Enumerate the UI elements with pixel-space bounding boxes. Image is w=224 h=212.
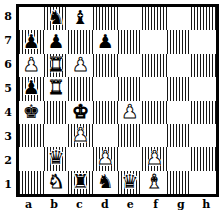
square-d3: [93, 124, 118, 147]
square-c5: [68, 77, 93, 100]
black-pawn-icon: ♟: [97, 32, 114, 51]
square-f4: [142, 101, 167, 124]
square-f3: [142, 124, 167, 147]
square-g2: [167, 147, 192, 170]
square-e7: [118, 30, 143, 53]
file-label-g: g: [177, 198, 185, 211]
black-knight-icon: ♞: [97, 172, 114, 191]
square-a4: ♚: [19, 101, 44, 124]
square-a8: [19, 7, 44, 30]
black-pawn-icon: ♟: [23, 32, 40, 51]
rank-label-7: 7: [4, 34, 12, 47]
square-h7: [191, 30, 216, 53]
square-a3: [19, 124, 44, 147]
square-c6: ♟: [68, 54, 93, 77]
file-label-h: h: [202, 198, 210, 211]
rank-label-1: 1: [4, 178, 12, 191]
square-b5: ♜: [44, 77, 69, 100]
file-label-a: a: [25, 198, 32, 211]
square-h5: [191, 77, 216, 100]
square-b1: ♞: [44, 171, 69, 194]
file-labels: abcdefgh: [16, 196, 219, 212]
white-rook-icon: ♜: [47, 78, 64, 97]
square-a1: [19, 171, 44, 194]
file-label-b: b: [50, 198, 58, 211]
square-f7: [142, 30, 167, 53]
black-pawn-icon: ♟: [23, 78, 40, 97]
square-h3: [191, 124, 216, 147]
white-pawn-icon: ♟: [97, 148, 114, 167]
square-h2: [191, 147, 216, 170]
square-g1: [167, 171, 192, 194]
file-label-d: d: [101, 198, 109, 211]
square-d7: ♟: [93, 30, 118, 53]
square-g3: [167, 124, 192, 147]
square-b7: ♟: [44, 30, 69, 53]
square-f5: [142, 77, 167, 100]
black-bishop-icon: ♝: [72, 8, 89, 27]
white-pawn-icon: ♟: [146, 148, 163, 167]
square-g8: [167, 7, 192, 30]
white-pawn-icon: ♟: [121, 102, 138, 121]
rank-label-5: 5: [4, 82, 12, 95]
rank-label-6: 6: [4, 58, 12, 71]
square-b8: ♞: [44, 7, 69, 30]
black-king-icon: ♚: [23, 102, 40, 121]
black-queen-icon: ♛: [47, 148, 64, 167]
square-d8: [93, 7, 118, 30]
black-pawn-icon: ♟: [47, 32, 64, 51]
square-b4: [44, 101, 69, 124]
square-g4: [167, 101, 192, 124]
square-c1: ♜: [68, 171, 93, 194]
file-label-f: f: [153, 198, 158, 211]
square-b2: ♛: [44, 147, 69, 170]
rank-label-2: 2: [4, 154, 12, 167]
file-label-c: c: [76, 198, 83, 211]
square-f2: ♟: [142, 147, 167, 170]
square-g6: [167, 54, 192, 77]
square-e3: [118, 124, 143, 147]
square-e8: [118, 7, 143, 30]
square-e5: [118, 77, 143, 100]
chess-diagram: 87654321 ♞♝♟♟♟♟♜♟♟♜♚♚♟♟♛♟♟♞♜♞♛♝ abcdefgh: [0, 0, 224, 212]
square-c8: ♝: [68, 7, 93, 30]
square-h6: [191, 54, 216, 77]
black-knight-icon: ♞: [47, 8, 64, 27]
black-rook-icon: ♜: [72, 172, 89, 191]
white-knight-icon: ♞: [47, 172, 64, 191]
rank-labels: 87654321: [0, 4, 16, 197]
rank-label-3: 3: [4, 130, 12, 143]
rank-label-4: 4: [4, 106, 12, 119]
square-b3: [44, 124, 69, 147]
square-e4: ♟: [118, 101, 143, 124]
square-d1: ♞: [93, 171, 118, 194]
square-f1: ♝: [142, 171, 167, 194]
white-bishop-icon: ♝: [146, 172, 163, 191]
square-e1: ♛: [118, 171, 143, 194]
square-c3: ♟: [68, 124, 93, 147]
square-d2: ♟: [93, 147, 118, 170]
square-h8: [191, 7, 216, 30]
white-rook-icon: ♜: [47, 55, 64, 74]
square-c2: [68, 147, 93, 170]
square-f8: [142, 7, 167, 30]
chess-board: ♞♝♟♟♟♟♜♟♟♜♚♚♟♟♛♟♟♞♜♞♛♝: [16, 4, 219, 197]
black-queen-icon: ♛: [121, 172, 138, 191]
rank-label-8: 8: [4, 10, 12, 23]
square-e6: [118, 54, 143, 77]
square-a7: ♟: [19, 30, 44, 53]
square-c7: [68, 30, 93, 53]
square-c4: ♚: [68, 101, 93, 124]
square-d6: [93, 54, 118, 77]
square-d4: [93, 101, 118, 124]
file-label-e: e: [127, 198, 134, 211]
square-f6: [142, 54, 167, 77]
square-h1: [191, 171, 216, 194]
square-d5: [93, 77, 118, 100]
square-g7: [167, 30, 192, 53]
square-b6: ♜: [44, 54, 69, 77]
square-a6: ♟: [19, 54, 44, 77]
white-pawn-icon: ♟: [72, 125, 89, 144]
square-a2: [19, 147, 44, 170]
square-e2: [118, 147, 143, 170]
white-king-icon: ♚: [72, 102, 89, 121]
square-a5: ♟: [19, 77, 44, 100]
square-g5: [167, 77, 192, 100]
square-h4: [191, 101, 216, 124]
white-pawn-icon: ♟: [72, 55, 89, 74]
white-pawn-icon: ♟: [23, 55, 40, 74]
